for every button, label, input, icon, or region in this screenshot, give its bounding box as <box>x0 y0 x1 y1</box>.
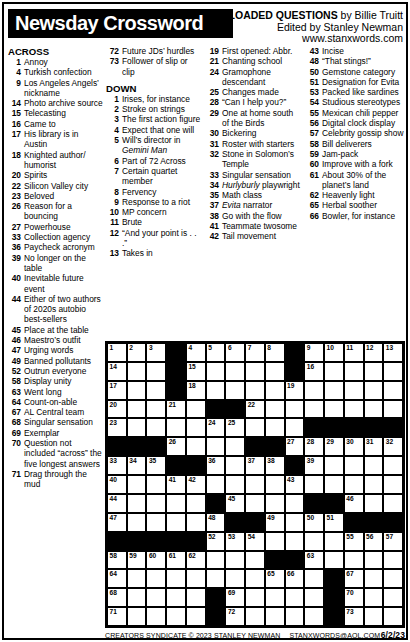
clue-text: Improve with a fork <box>322 159 405 169</box>
crossword-grid: 1234567891011121314151617181920212223242… <box>105 341 405 628</box>
grid-cell-r2c7[interactable] <box>225 362 245 381</box>
cell-number-4: 4 <box>188 344 192 352</box>
grid-cell-r15c9[interactable] <box>265 607 285 626</box>
clue-number: 59 <box>306 149 322 159</box>
clue-number: 54 <box>306 97 322 107</box>
cell-number-70: 70 <box>346 589 353 597</box>
clue-across-20: 20Spirits <box>8 170 103 180</box>
clue-text: Future JDs’ hurdles <box>122 46 202 56</box>
clue-number: 3 <box>106 114 122 124</box>
footer-date: 6/2/23 <box>381 630 405 640</box>
clue-text: Los Angeles Angels’ nickname <box>24 78 103 99</box>
grid-cell-r9c15[interactable] <box>383 494 403 513</box>
block-r9c6 <box>206 494 226 513</box>
clue-text: Studious stereotypes <box>322 97 405 107</box>
clue-text: Response to a riot <box>122 197 202 207</box>
clue-number: 51 <box>306 77 322 87</box>
grid-cell-r11c14[interactable]: 56 <box>364 532 384 551</box>
grid-cell-r4c10[interactable] <box>285 400 305 419</box>
grid-cell-r1c7[interactable]: 6 <box>225 343 245 362</box>
clue-text: AL Central team <box>24 407 103 417</box>
grid-cell-r13c2[interactable] <box>127 569 147 588</box>
clue-text: Follower of slip or clip <box>122 56 202 77</box>
grid-cell-r3c8[interactable] <box>245 381 265 400</box>
clue-number: 10 <box>106 207 122 217</box>
clue-text: Drag through the mud <box>24 469 103 490</box>
grid-cell-r9c4[interactable] <box>166 494 186 513</box>
cell-number-72: 72 <box>228 608 235 616</box>
grid-cell-r15c1[interactable]: 71 <box>107 607 127 626</box>
block-r11c3 <box>146 532 166 551</box>
grid-cell-r5c7[interactable]: 25 <box>225 418 245 437</box>
grid-cell-r12c5[interactable]: 62 <box>186 551 206 570</box>
clue-number: 32 <box>206 149 222 170</box>
block-r2c4 <box>166 362 186 381</box>
grid-cell-r14c5[interactable] <box>186 588 206 607</box>
grid-cell-r14c7[interactable]: 69 <box>225 588 245 607</box>
clue-text: Place at the table <box>24 325 103 335</box>
grid-cell-r11c10[interactable] <box>285 532 305 551</box>
grid-cell-r14c4[interactable] <box>166 588 186 607</box>
grid-cell-r10c6[interactable]: 48 <box>206 513 226 532</box>
grid-cell-r9c8[interactable] <box>245 494 265 513</box>
grid-cell-r14c1[interactable]: 68 <box>107 588 127 607</box>
block-r7c4 <box>166 456 186 475</box>
grid-cell-r13c7[interactable] <box>225 569 245 588</box>
cell-number-18: 18 <box>188 382 195 390</box>
grid-cell-r8c5[interactable]: 42 <box>186 475 206 494</box>
grid-cell-r8c14[interactable] <box>364 475 384 494</box>
grid-cell-r12c13[interactable] <box>344 551 364 570</box>
grid-cell-r10c3[interactable] <box>146 513 166 532</box>
grid-cell-r15c13[interactable]: 73 <box>344 607 364 626</box>
grid-cell-r8c2[interactable] <box>127 475 147 494</box>
block-r7c5 <box>186 456 206 475</box>
cell-number-63: 63 <box>307 552 314 560</box>
grid-cell-r7c14[interactable] <box>364 456 384 475</box>
clue-across-46: 46Maestro’s outfit <box>8 335 103 345</box>
grid-cell-r8c9[interactable] <box>265 475 285 494</box>
grid-cell-r2c8[interactable] <box>245 362 265 381</box>
clue-down-7: 7Certain quartet member <box>106 166 202 187</box>
clue-number: 33 <box>206 170 222 180</box>
grid-cell-r1c1[interactable]: 1 <box>107 343 127 362</box>
grid-cell-r9c3[interactable] <box>146 494 166 513</box>
grid-cell-r6c12[interactable]: 29 <box>324 437 344 456</box>
grid-cell-r14c10[interactable] <box>285 588 305 607</box>
grid-cell-r4c1[interactable]: 20 <box>107 400 127 419</box>
clue-across-64: 64Count-on-able <box>8 397 103 407</box>
grid-cell-r12c14[interactable] <box>364 551 384 570</box>
grid-cell-r6c6[interactable] <box>206 437 226 456</box>
grid-cell-r8c13[interactable] <box>344 475 364 494</box>
grid-cell-r1c13[interactable]: 11 <box>344 343 364 362</box>
grid-cell-r8c15[interactable] <box>383 475 403 494</box>
clue-text: Go with the flow <box>222 211 302 221</box>
grid-cell-r8c1[interactable]: 40 <box>107 475 127 494</box>
grid-cell-r2c13[interactable] <box>344 362 364 381</box>
grid-cell-r5c1[interactable]: 23 <box>107 418 127 437</box>
grid-cell-r3c2[interactable] <box>127 381 147 400</box>
grid-cell-r9c14[interactable] <box>364 494 384 513</box>
grid-cell-r12c11[interactable]: 63 <box>304 551 324 570</box>
grid-cell-r8c10[interactable]: 43 <box>285 475 305 494</box>
clue-text: Digital clock display <box>322 118 405 128</box>
grid-cell-r8c12[interactable] <box>324 475 344 494</box>
grid-cell-r3c12[interactable] <box>324 381 344 400</box>
grid-cell-r15c11[interactable] <box>304 607 324 626</box>
grid-cell-r11c15[interactable]: 57 <box>383 532 403 551</box>
cell-number-43: 43 <box>287 476 294 484</box>
grid-cell-r3c15[interactable] <box>383 381 403 400</box>
cell-number-55: 55 <box>346 533 353 541</box>
clue-down-48: 48“That stings!” <box>306 56 405 66</box>
grid-cell-r9c13[interactable]: 46 <box>344 494 364 513</box>
grid-cell-r4c13[interactable] <box>344 400 364 419</box>
clue-across-68: 68Singular sensation <box>8 417 103 427</box>
grid-cell-r10c4[interactable] <box>166 513 186 532</box>
across-header: ACROSS <box>8 46 103 57</box>
grid-cell-r7c12[interactable] <box>324 456 344 475</box>
grid-cell-r11c12[interactable] <box>324 532 344 551</box>
grid-cell-r8c11[interactable] <box>304 475 324 494</box>
clue-number: 67 <box>8 407 24 417</box>
grid-cell-r9c2[interactable] <box>127 494 147 513</box>
grid-cell-r5c6[interactable]: 24 <box>206 418 226 437</box>
clue-across-63: 63Went long <box>8 387 103 397</box>
grid-cell-r14c2[interactable] <box>127 588 147 607</box>
block-r6c2 <box>127 437 147 456</box>
grid-cell-r5c3[interactable] <box>146 418 166 437</box>
clue-number: 28 <box>206 97 222 107</box>
grid-cell-r2c6[interactable] <box>206 362 226 381</box>
clue-text: Banned pollutants <box>24 356 103 366</box>
grid-cell-r13c6[interactable] <box>206 569 226 588</box>
clue-across-15: 15Telecasting <box>8 108 103 118</box>
grid-cell-r6c15[interactable]: 32 <box>383 437 403 456</box>
grid-cell-r3c10[interactable]: 19 <box>285 381 305 400</box>
grid-cell-r10c10[interactable] <box>285 513 305 532</box>
grid-cell-r10c11[interactable]: 50 <box>304 513 324 532</box>
grid-cell-r1c14[interactable]: 12 <box>364 343 384 362</box>
grid-cell-r1c15[interactable]: 13 <box>383 343 403 362</box>
grid-cell-r12c1[interactable]: 58 <box>107 551 127 570</box>
clue-number: 47 <box>8 345 24 355</box>
cell-number-69: 69 <box>228 589 235 597</box>
cell-number-71: 71 <box>110 608 117 616</box>
grid-cell-r1c3[interactable]: 3 <box>146 343 166 362</box>
grid-cell-r4c15[interactable] <box>383 400 403 419</box>
clue-text: Will’s director in Gemini Man <box>122 135 202 156</box>
grid-cell-r12c4[interactable]: 61 <box>166 551 186 570</box>
grid-cell-r10c2[interactable] <box>127 513 147 532</box>
cell-number-66: 66 <box>287 570 294 578</box>
grid-cell-r5c10[interactable] <box>285 418 305 437</box>
clue-text: First opened: Abbr. <box>222 46 302 56</box>
grid-cell-r4c8[interactable]: 22 <box>245 400 265 419</box>
grid-cell-r4c2[interactable] <box>127 400 147 419</box>
grid-cell-r12c8[interactable] <box>245 551 265 570</box>
block-r5c12 <box>324 418 344 437</box>
clue-text: Inevitable future event <box>24 273 103 294</box>
block-r6c1 <box>107 437 127 456</box>
grid-cell-r2c12[interactable] <box>324 362 344 381</box>
clue-down-10: 10MP concern <box>106 207 202 217</box>
grid-cell-r7c3[interactable]: 35 <box>146 456 166 475</box>
grid-cell-r13c13[interactable]: 67 <box>344 569 364 588</box>
block-r10c14 <box>364 513 384 532</box>
grid-cell-r14c9[interactable] <box>265 588 285 607</box>
grid-cell-r2c5[interactable]: 15 <box>186 362 206 381</box>
grid-cell-r11c6[interactable]: 52 <box>206 532 226 551</box>
grid-cell-r13c14[interactable] <box>364 569 384 588</box>
cell-number-9: 9 <box>307 344 311 352</box>
grid-cell-r1c11[interactable]: 9 <box>304 343 324 362</box>
grid-cell-r15c7[interactable]: 72 <box>225 607 245 626</box>
cell-number-58: 58 <box>110 552 117 560</box>
grid-cell-r2c2[interactable] <box>127 362 147 381</box>
grid-cell-r4c5[interactable] <box>186 400 206 419</box>
grid-cell-r8c6[interactable] <box>206 475 226 494</box>
clue-text: Gramophone descendant <box>222 67 302 88</box>
clue-text: Brute <box>122 217 202 227</box>
grid-cell-r3c14[interactable] <box>364 381 384 400</box>
grid-cell-r13c10[interactable]: 66 <box>285 569 305 588</box>
grid-cell-r3c9[interactable] <box>265 381 285 400</box>
grid-cell-r3c13[interactable] <box>344 381 364 400</box>
grid-cell-r3c7[interactable] <box>225 381 245 400</box>
grid-cell-r8c7[interactable] <box>225 475 245 494</box>
grid-cell-r6c7[interactable] <box>225 437 245 456</box>
grid-cell-r5c8[interactable] <box>245 418 265 437</box>
grid-cell-r7c13[interactable] <box>344 456 364 475</box>
clue-text: Powerhouse <box>24 222 103 232</box>
clue-number: 36 <box>8 242 24 252</box>
clue-text: Knighted author/ humorist <box>24 150 103 171</box>
grid-cell-r15c8[interactable] <box>245 607 265 626</box>
clue-text: Certain quartet member <box>122 166 202 187</box>
clue-number: 55 <box>306 108 322 118</box>
cell-number-25: 25 <box>228 419 235 427</box>
cell-number-60: 60 <box>149 552 156 560</box>
cell-number-12: 12 <box>366 344 373 352</box>
grid-cell-r13c11[interactable] <box>304 569 324 588</box>
grid-cell-r11c7[interactable]: 53 <box>225 532 245 551</box>
clue-down-2: 2Stroke on strings <box>106 104 202 114</box>
grid-cell-r9c5[interactable] <box>186 494 206 513</box>
grid-cell-r7c2[interactable]: 34 <box>127 456 147 475</box>
grid-cell-r15c2[interactable] <box>127 607 147 626</box>
grid-cell-r14c15[interactable] <box>383 588 403 607</box>
grid-cell-r7c15[interactable] <box>383 456 403 475</box>
clue-down-4: 4Expect that one will <box>106 125 202 135</box>
clue-number: 69 <box>8 428 24 438</box>
clue-text: No longer on the table <box>24 253 103 274</box>
clue-text: “Can I help you?” <box>222 97 302 107</box>
clue-number: 1 <box>8 57 24 67</box>
grid-cell-r6c14[interactable]: 31 <box>364 437 384 456</box>
grid-cell-r8c4[interactable]: 41 <box>166 475 186 494</box>
grid-cell-r7c7[interactable] <box>225 456 245 475</box>
grid-cell-r14c14[interactable] <box>364 588 384 607</box>
clue-text: Bill deliverers <box>322 139 405 149</box>
clue-number: 68 <box>8 417 24 427</box>
grid-cell-r10c9[interactable]: 49 <box>265 513 285 532</box>
clue-down-58: 58Bill deliverers <box>306 139 405 149</box>
grid-cell-r4c3[interactable] <box>146 400 166 419</box>
clue-column-3: 19First opened: Abbr.21Chanting school24… <box>206 46 302 338</box>
grid-cell-r10c5[interactable] <box>186 513 206 532</box>
grid-cell-r10c12[interactable]: 51 <box>324 513 344 532</box>
footer-email: STANXWORDS@AOL.COM <box>289 632 380 639</box>
grid-cell-r9c9[interactable] <box>265 494 285 513</box>
clue-number: 27 <box>8 222 24 232</box>
grid-cell-r6c5[interactable] <box>186 437 206 456</box>
grid-cell-r13c5[interactable] <box>186 569 206 588</box>
clue-text: Outrun everyone <box>24 366 103 376</box>
grid-cell-r3c5[interactable]: 18 <box>186 381 206 400</box>
grid-cell-r6c11[interactable]: 28 <box>304 437 324 456</box>
clue-text: Roster with starters <box>222 139 302 149</box>
grid-cell-r2c9[interactable] <box>265 362 285 381</box>
grid-cell-r4c12[interactable] <box>324 400 344 419</box>
grid-cell-r8c3[interactable] <box>146 475 166 494</box>
grid-cell-r11c11[interactable] <box>304 532 324 551</box>
cell-number-64: 64 <box>110 570 117 578</box>
clue-number: 18 <box>8 150 24 171</box>
grid-cell-r6c10[interactable]: 27 <box>285 437 305 456</box>
grid-cell-r9c1[interactable]: 44 <box>107 494 127 513</box>
clue-number: 1 <box>106 94 122 104</box>
grid-cell-r13c8[interactable] <box>245 569 265 588</box>
grid-cell-r10c1[interactable]: 47 <box>107 513 127 532</box>
grid-cell-r5c9[interactable] <box>265 418 285 437</box>
grid-cell-r12c3[interactable]: 60 <box>146 551 166 570</box>
cell-number-35: 35 <box>149 457 156 465</box>
cell-number-56: 56 <box>366 533 373 541</box>
grid-cell-r13c1[interactable]: 64 <box>107 569 127 588</box>
grid-cell-r8c8[interactable] <box>245 475 265 494</box>
clue-number: 46 <box>8 335 24 345</box>
block-r5c15 <box>383 418 403 437</box>
clue-down-51: 51Designation for Evita <box>306 77 405 87</box>
grid-cell-r11c8[interactable]: 54 <box>245 532 265 551</box>
grid-cell-r4c14[interactable] <box>364 400 384 419</box>
grid-cell-r5c2[interactable] <box>127 418 147 437</box>
cell-number-20: 20 <box>110 401 117 409</box>
grid-cell-r1c8[interactable]: 7 <box>245 343 265 362</box>
clue-number: 7 <box>106 166 122 187</box>
clue-down-6: 6Part of 72 Across <box>106 156 202 166</box>
grid-cell-r2c11[interactable]: 16 <box>304 362 324 381</box>
grid-cell-r15c3[interactable] <box>146 607 166 626</box>
block-r9c11 <box>304 494 324 513</box>
grid-cell-r1c2[interactable]: 2 <box>127 343 147 362</box>
grid-cell-r2c14[interactable] <box>364 362 384 381</box>
clue-across-22: 22Silicon Valley city <box>8 181 103 191</box>
grid-cell-r15c5[interactable] <box>186 607 206 626</box>
grid-cell-r12c7[interactable] <box>225 551 245 570</box>
grid-cell-r13c15[interactable] <box>383 569 403 588</box>
grid-cell-r11c13[interactable]: 55 <box>344 532 364 551</box>
grid-cell-r15c14[interactable] <box>364 607 384 626</box>
clue-down-5: 5Will’s director in Gemini Man <box>106 135 202 156</box>
clue-down-37: 37Evita narrator <box>206 200 302 210</box>
clue-text: Collection agency <box>24 232 103 242</box>
grid-cell-r2c1[interactable]: 14 <box>107 362 127 381</box>
grid-cell-r4c4[interactable]: 21 <box>166 400 186 419</box>
grid-cell-r1c9[interactable]: 8 <box>265 343 285 362</box>
grid-cell-r14c13[interactable]: 70 <box>344 588 364 607</box>
grid-cell-r5c5[interactable] <box>186 418 206 437</box>
grid-cell-r12c12[interactable] <box>324 551 344 570</box>
cell-number-17: 17 <box>110 382 117 390</box>
grid-cell-r13c9[interactable]: 65 <box>265 569 285 588</box>
clue-number: 29 <box>206 108 222 129</box>
grid-cell-r14c3[interactable] <box>146 588 166 607</box>
grid-cell-r15c15[interactable] <box>383 607 403 626</box>
clue-text: Turkish confection <box>24 67 103 77</box>
grid-cell-r12c6[interactable] <box>206 551 226 570</box>
grid-cell-r1c6[interactable]: 5 <box>206 343 226 362</box>
grid-cell-r2c15[interactable] <box>383 362 403 381</box>
cell-number-37: 37 <box>248 457 255 465</box>
grid-cell-r12c2[interactable]: 59 <box>127 551 147 570</box>
grid-cell-r3c1[interactable]: 17 <box>107 381 127 400</box>
grid-cell-r9c7[interactable]: 45 <box>225 494 245 513</box>
cell-number-38: 38 <box>267 457 274 465</box>
clue-down-61: 61About 30% of the planet’s land <box>306 170 405 191</box>
grid-cell-r7c11[interactable]: 39 <box>304 456 324 475</box>
cell-number-65: 65 <box>267 570 274 578</box>
clue-across-23: 23Beloved <box>8 191 103 201</box>
grid-cell-r14c8[interactable] <box>245 588 265 607</box>
grid-cell-r15c4[interactable] <box>166 607 186 626</box>
clue-column-4: 43Incise48“That stings!”50Gemstone categ… <box>306 46 405 338</box>
clue-down-60: 60Improve with a fork <box>306 159 405 169</box>
grid-cell-r5c4[interactable] <box>166 418 186 437</box>
block-r7c10 <box>285 456 305 475</box>
grid-cell-r13c4[interactable] <box>166 569 186 588</box>
puzzle-header: LOADED QUESTIONS by Billie Truitt Edited… <box>229 10 403 45</box>
grid-cell-r4c9[interactable] <box>265 400 285 419</box>
grid-cell-r11c9[interactable] <box>265 532 285 551</box>
grid-cell-r12c15[interactable] <box>383 551 403 570</box>
cell-number-52: 52 <box>208 533 215 541</box>
grid-cell-r6c4[interactable]: 26 <box>166 437 186 456</box>
grid-cell-r14c11[interactable] <box>304 588 324 607</box>
grid-cell-r1c5[interactable]: 4 <box>186 343 206 362</box>
grid-cell-r1c12[interactable]: 10 <box>324 343 344 362</box>
grid-cell-r3c3[interactable] <box>146 381 166 400</box>
grid-cell-r2c3[interactable] <box>146 362 166 381</box>
grid-cell-r7c1[interactable]: 33 <box>107 456 127 475</box>
grid-cell-r13c3[interactable] <box>146 569 166 588</box>
grid-cell-r9c10[interactable] <box>285 494 305 513</box>
clue-text: Changes made <box>222 87 302 97</box>
grid-cell-r7c8[interactable]: 37 <box>245 456 265 475</box>
grid-cell-r7c9[interactable]: 38 <box>265 456 285 475</box>
grid-cell-r7c6[interactable]: 36 <box>206 456 226 475</box>
clue-text: Irises, for instance <box>122 94 202 104</box>
clue-text: Reason for a bouncing <box>24 201 103 222</box>
cell-number-5: 5 <box>208 344 212 352</box>
grid-cell-r15c10[interactable] <box>285 607 305 626</box>
grid-cell-r3c6[interactable] <box>206 381 226 400</box>
grid-cell-r6c13[interactable]: 30 <box>344 437 364 456</box>
grid-cell-r4c11[interactable] <box>304 400 324 419</box>
grid-cell-r3c11[interactable] <box>304 381 324 400</box>
